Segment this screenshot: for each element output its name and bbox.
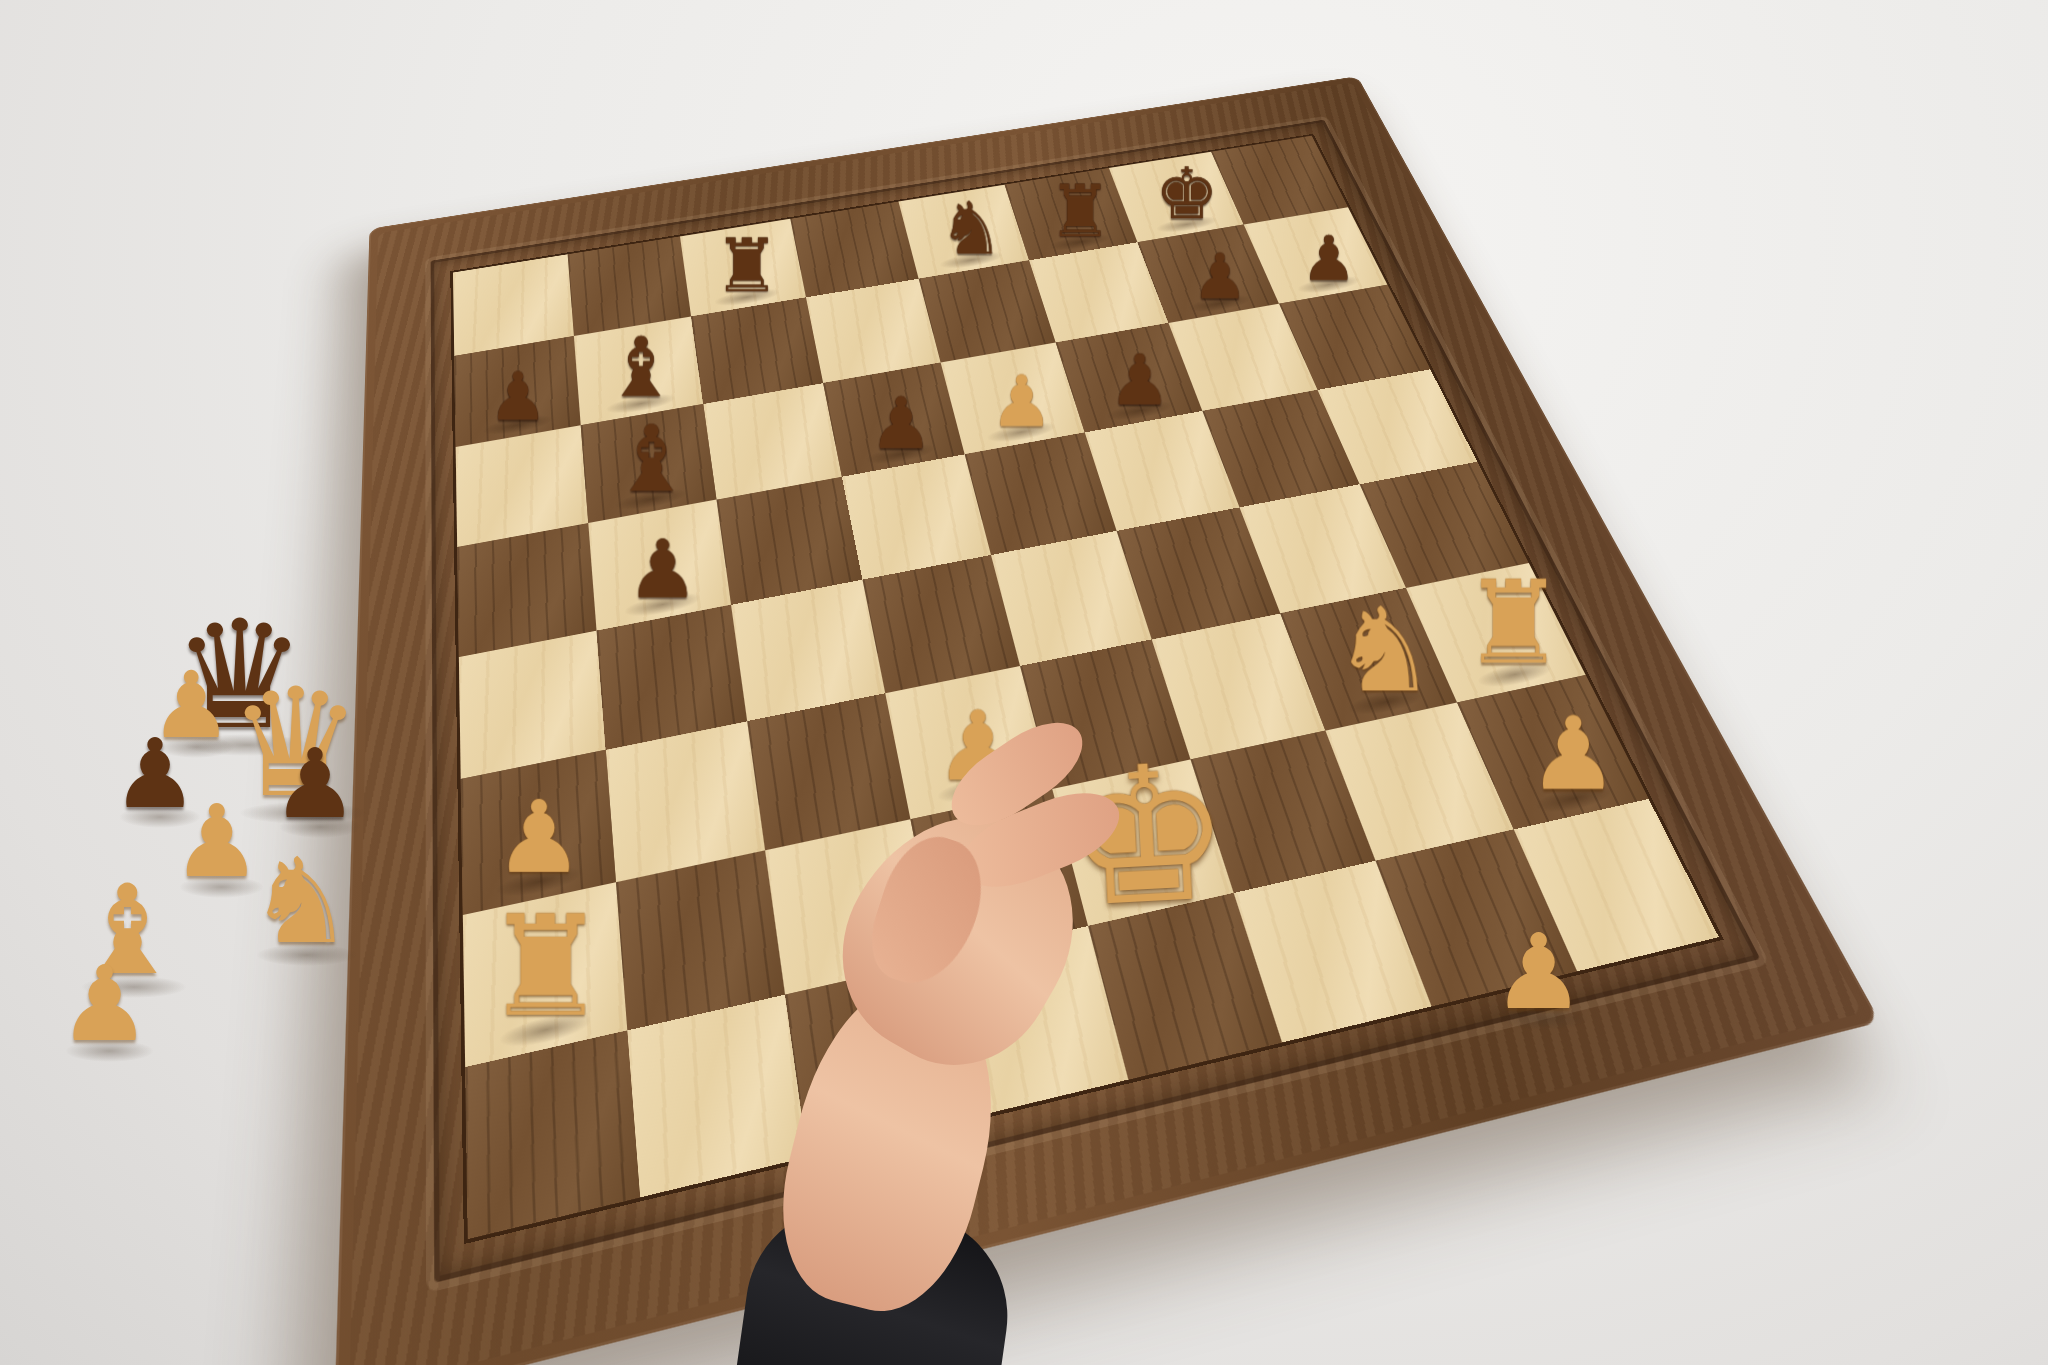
piece-white-rook-a2[interactable]: ♜: [484, 897, 608, 1036]
captured-piece-glyph: ♟: [272, 736, 358, 832]
piece-black-pawn-b5[interactable]: ♟: [626, 529, 698, 610]
captured-white-pawn[interactable]: ♟: [150, 660, 232, 752]
captured-black-pawn[interactable]: ♟: [272, 736, 358, 832]
square-b3[interactable]: [606, 721, 765, 882]
captured-piece-glyph: ♞: [248, 842, 354, 960]
captured-white-pawn[interactable]: ♟: [58, 952, 151, 1056]
captured-piece-glyph: ♟: [1492, 920, 1585, 1024]
captured-piece-glyph: ♟: [58, 952, 151, 1056]
captured-piece-glyph: ♟: [150, 660, 232, 752]
piece-white-pawn-a3[interactable]: ♟: [494, 788, 584, 888]
square-c4[interactable]: [731, 580, 885, 722]
piece-white-rook-h3[interactable]: ♜: [1462, 566, 1565, 681]
chessboard: ♜♞♜♚♟♝♟♟♝♟♟♟♟♟♟♞♜♜♞♟♝: [334, 76, 1880, 1365]
captured-white-knight[interactable]: ♞: [248, 842, 354, 960]
piece-white-pawn-h2[interactable]: ♟: [1528, 703, 1619, 804]
square-c3[interactable]: [747, 693, 910, 850]
piece-white-knight-g3[interactable]: ♞: [1332, 592, 1436, 708]
photo-stage: ♜♞♜♚♟♝♟♟♝♟♟♟♟♟♟♞♜♜♞♟♝ ♛♛♟♟♟♟♞♝♟♟ ♚: [0, 0, 2048, 1365]
square-a4[interactable]: [459, 631, 606, 779]
captured-white-pawn[interactable]: ♟: [1492, 920, 1585, 1024]
